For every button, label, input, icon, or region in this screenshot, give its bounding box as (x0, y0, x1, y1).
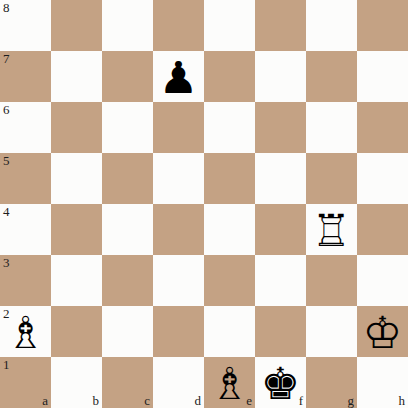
rank-label-5: 5 (3, 154, 10, 167)
rank-label-1: 1 (3, 358, 10, 371)
white-bishop-e1[interactable]: ♗ (210, 358, 249, 408)
square-e8[interactable] (204, 0, 255, 51)
square-e1[interactable]: e♗ (204, 357, 255, 408)
white-rook-g4[interactable]: ♖ (312, 205, 351, 256)
square-b7[interactable] (51, 51, 102, 102)
square-c4[interactable] (102, 204, 153, 255)
square-h6[interactable] (357, 102, 408, 153)
black-pawn-d7[interactable]: ♟ (159, 52, 198, 103)
square-g2[interactable] (306, 306, 357, 357)
square-b8[interactable] (51, 0, 102, 51)
square-g8[interactable] (306, 0, 357, 51)
square-c7[interactable] (102, 51, 153, 102)
square-a6[interactable]: 6 (0, 102, 51, 153)
square-b5[interactable] (51, 153, 102, 204)
square-e3[interactable] (204, 255, 255, 306)
square-h7[interactable] (357, 51, 408, 102)
square-d8[interactable] (153, 0, 204, 51)
square-b3[interactable] (51, 255, 102, 306)
square-h2[interactable]: ♔ (357, 306, 408, 357)
square-c3[interactable] (102, 255, 153, 306)
square-a4[interactable]: 4 (0, 204, 51, 255)
square-a1[interactable]: 1a (0, 357, 51, 408)
rank-label-8: 8 (3, 1, 10, 14)
square-h5[interactable] (357, 153, 408, 204)
square-e6[interactable] (204, 102, 255, 153)
white-bishop-a2[interactable]: ♗ (6, 307, 45, 358)
rank-label-7: 7 (3, 52, 10, 65)
square-e2[interactable] (204, 306, 255, 357)
square-d2[interactable] (153, 306, 204, 357)
square-c8[interactable] (102, 0, 153, 51)
square-f4[interactable] (255, 204, 306, 255)
square-d6[interactable] (153, 102, 204, 153)
square-f2[interactable] (255, 306, 306, 357)
rank-label-3: 3 (3, 256, 10, 269)
square-h4[interactable] (357, 204, 408, 255)
square-d1[interactable]: d (153, 357, 204, 408)
square-a5[interactable]: 5 (0, 153, 51, 204)
square-f3[interactable] (255, 255, 306, 306)
square-d5[interactable] (153, 153, 204, 204)
square-e4[interactable] (204, 204, 255, 255)
square-c1[interactable]: c (102, 357, 153, 408)
square-b6[interactable] (51, 102, 102, 153)
square-g4[interactable]: ♖ (306, 204, 357, 255)
chess-board: 87♟654♖32♗♔1abcde♗f♚gh (0, 0, 408, 408)
square-c5[interactable] (102, 153, 153, 204)
square-h1[interactable]: h (357, 357, 408, 408)
square-g3[interactable] (306, 255, 357, 306)
square-f1[interactable]: f♚ (255, 357, 306, 408)
file-label-c: c (144, 394, 150, 407)
rank-label-4: 4 (3, 205, 10, 218)
square-g7[interactable] (306, 51, 357, 102)
square-a7[interactable]: 7 (0, 51, 51, 102)
square-a3[interactable]: 3 (0, 255, 51, 306)
square-f5[interactable] (255, 153, 306, 204)
rank-label-6: 6 (3, 103, 10, 116)
black-king-f1[interactable]: ♚ (261, 358, 300, 408)
square-g5[interactable] (306, 153, 357, 204)
square-a8[interactable]: 8 (0, 0, 51, 51)
square-e5[interactable] (204, 153, 255, 204)
square-d3[interactable] (153, 255, 204, 306)
square-f7[interactable] (255, 51, 306, 102)
square-c2[interactable] (102, 306, 153, 357)
square-a2[interactable]: 2♗ (0, 306, 51, 357)
file-label-h: h (399, 394, 406, 407)
square-f8[interactable] (255, 0, 306, 51)
square-g6[interactable] (306, 102, 357, 153)
square-e7[interactable] (204, 51, 255, 102)
white-king-h2[interactable]: ♔ (363, 307, 402, 358)
square-g1[interactable]: g (306, 357, 357, 408)
square-b4[interactable] (51, 204, 102, 255)
square-b1[interactable]: b (51, 357, 102, 408)
square-d7[interactable]: ♟ (153, 51, 204, 102)
square-b2[interactable] (51, 306, 102, 357)
file-label-d: d (195, 394, 202, 407)
square-h8[interactable] (357, 0, 408, 51)
file-label-a: a (42, 394, 48, 407)
square-f6[interactable] (255, 102, 306, 153)
square-h3[interactable] (357, 255, 408, 306)
file-label-b: b (93, 394, 100, 407)
square-d4[interactable] (153, 204, 204, 255)
file-label-g: g (348, 394, 355, 407)
square-c6[interactable] (102, 102, 153, 153)
